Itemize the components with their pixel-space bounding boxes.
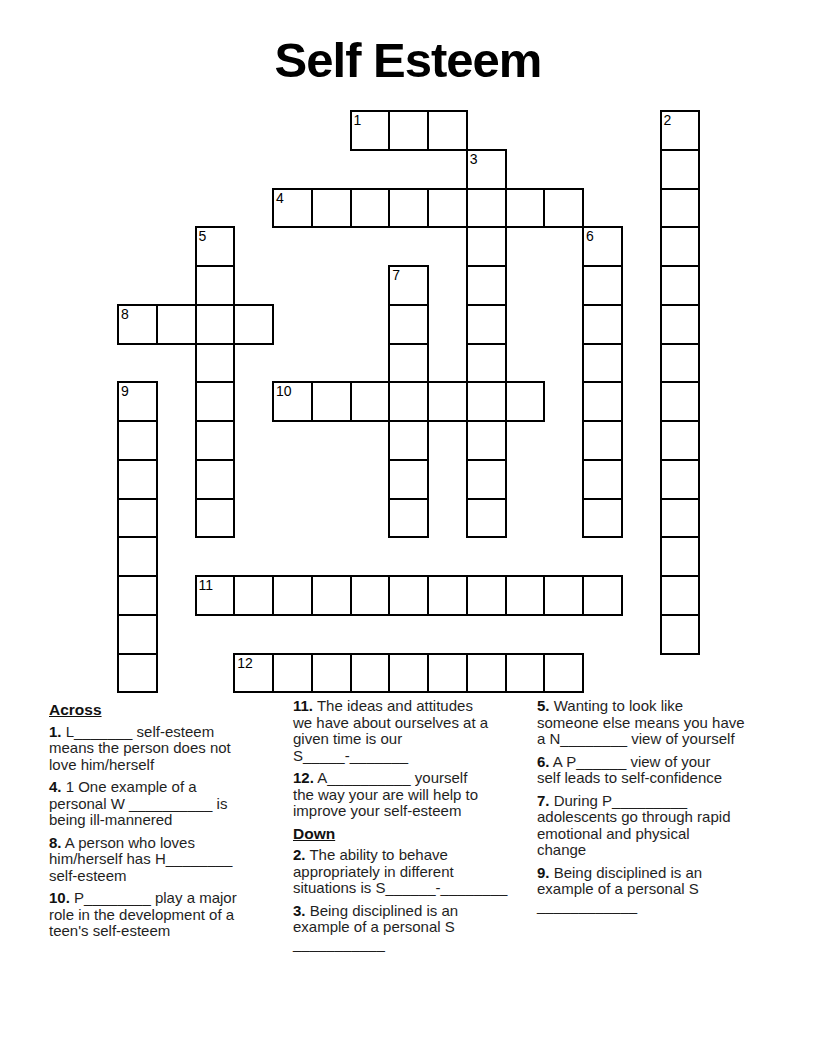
grid-cell-r8c2[interactable] xyxy=(195,420,236,461)
grid-cell-r9c0[interactable] xyxy=(117,459,158,500)
grid-cell-r6c12[interactable] xyxy=(582,343,623,384)
grid-cell-r12c8[interactable] xyxy=(427,575,468,616)
grid-cell-r2c6[interactable] xyxy=(350,188,391,229)
clue-number-label: 11. xyxy=(293,697,313,714)
grid-cell-r12c10[interactable] xyxy=(505,575,546,616)
grid-cell-r8c7[interactable] xyxy=(388,420,429,461)
clue-text: The ability to behave appropriately in d… xyxy=(293,846,507,896)
grid-cell-r7c8[interactable] xyxy=(427,381,468,422)
grid-cell-r13c0[interactable] xyxy=(117,614,158,655)
clue-across-4: 4. 1 One example of a personal W _______… xyxy=(49,779,289,829)
grid-cell-r9c2[interactable] xyxy=(195,459,236,500)
grid-cell-r0c8[interactable] xyxy=(427,110,468,151)
grid-cell-r5c2[interactable] xyxy=(195,304,236,345)
clue-number-label: 9. xyxy=(537,864,550,881)
grid-cell-r9c7[interactable] xyxy=(388,459,429,500)
grid-cell-r2c5[interactable] xyxy=(311,188,352,229)
cell-clue-number: 3 xyxy=(470,151,478,167)
clue-text: Wanting to look like someone else means … xyxy=(537,697,745,747)
grid-cell-r14c7[interactable] xyxy=(388,653,429,694)
grid-cell-r12c12[interactable] xyxy=(582,575,623,616)
clue-number-label: 12. xyxy=(293,769,314,786)
grid-cell-r12c3[interactable] xyxy=(233,575,274,616)
grid-cell-r5c9[interactable] xyxy=(466,304,507,345)
grid-cell-r10c2[interactable] xyxy=(195,498,236,539)
grid-cell-r1c14[interactable] xyxy=(660,149,701,190)
grid-cell-r6c14[interactable] xyxy=(660,343,701,384)
crossword-page: Self Esteem 123456789101112 Across 1. L_… xyxy=(0,0,816,1056)
grid-cell-r10c12[interactable] xyxy=(582,498,623,539)
grid-cell-r2c11[interactable] xyxy=(543,188,584,229)
clue-number-label: 2. xyxy=(293,846,306,863)
grid-cell-r12c2[interactable]: 11 xyxy=(195,575,236,616)
clue-text: L_______ self-esteem means the person do… xyxy=(49,723,231,773)
cell-clue-number: 10 xyxy=(276,383,292,399)
grid-cell-r13c14[interactable] xyxy=(660,614,701,655)
clue-down-2: 2. The ability to behave appropriately i… xyxy=(293,847,533,897)
grid-cell-r8c12[interactable] xyxy=(582,420,623,461)
grid-cell-r5c1[interactable] xyxy=(156,304,197,345)
grid-cell-r7c9[interactable] xyxy=(466,381,507,422)
grid-cell-r2c8[interactable] xyxy=(427,188,468,229)
clue-text: 1 One example of a personal W __________… xyxy=(49,778,227,828)
grid-cell-r12c5[interactable] xyxy=(311,575,352,616)
grid-cell-r4c2[interactable] xyxy=(195,265,236,306)
grid-cell-r11c0[interactable] xyxy=(117,536,158,577)
clue-text: A person who loves him/herself has H____… xyxy=(49,834,232,884)
grid-cell-r5c12[interactable] xyxy=(582,304,623,345)
grid-cell-r4c7[interactable]: 7 xyxy=(388,265,429,306)
grid-cell-r7c7[interactable] xyxy=(388,381,429,422)
clue-number-label: 1. xyxy=(49,723,62,740)
grid-cell-r7c12[interactable] xyxy=(582,381,623,422)
clue-text: Being disciplined is an example of a per… xyxy=(293,902,458,952)
grid-cell-r7c4[interactable]: 10 xyxy=(272,381,313,422)
grid-cell-r14c0[interactable] xyxy=(117,653,158,694)
clue-across-11: 11. The ideas and attitudes we have abou… xyxy=(293,698,533,764)
grid-cell-r14c6[interactable] xyxy=(350,653,391,694)
grid-cell-r4c9[interactable] xyxy=(466,265,507,306)
across-header: Across xyxy=(49,702,289,719)
grid-cell-r12c0[interactable] xyxy=(117,575,158,616)
grid-cell-r2c7[interactable] xyxy=(388,188,429,229)
grid-cell-r10c7[interactable] xyxy=(388,498,429,539)
grid-cell-r9c9[interactable] xyxy=(466,459,507,500)
clue-number-label: 3. xyxy=(293,902,306,919)
clue-column-3: 5. Wanting to look like someone else mea… xyxy=(537,698,777,958)
grid-cell-r2c4[interactable]: 4 xyxy=(272,188,313,229)
grid-cell-r14c4[interactable] xyxy=(272,653,313,694)
grid-cell-r14c8[interactable] xyxy=(427,653,468,694)
grid-cell-r10c0[interactable] xyxy=(117,498,158,539)
grid-cell-r12c14[interactable] xyxy=(660,575,701,616)
grid-cell-r7c10[interactable] xyxy=(505,381,546,422)
puzzle-title: Self Esteem xyxy=(0,34,816,88)
clue-column-2: 11. The ideas and attitudes we have abou… xyxy=(293,698,533,958)
grid-cell-r7c6[interactable] xyxy=(350,381,391,422)
grid-cell-r8c14[interactable] xyxy=(660,420,701,461)
grid-cell-r6c2[interactable] xyxy=(195,343,236,384)
clues-section: Across 1. L_______ self-esteem means the… xyxy=(49,698,779,958)
clue-number-label: 5. xyxy=(537,697,550,714)
grid-cell-r4c12[interactable] xyxy=(582,265,623,306)
clue-number-label: 8. xyxy=(49,834,62,851)
cell-clue-number: 2 xyxy=(664,112,672,128)
grid-cell-r7c2[interactable] xyxy=(195,381,236,422)
grid-cell-r5c7[interactable] xyxy=(388,304,429,345)
cell-clue-number: 5 xyxy=(199,228,207,244)
grid-cell-r1c9[interactable]: 3 xyxy=(466,149,507,190)
grid-cell-r14c9[interactable] xyxy=(466,653,507,694)
grid-cell-r14c10[interactable] xyxy=(505,653,546,694)
clue-down-9: 9. Being disciplined is an example of a … xyxy=(537,865,777,915)
grid-cell-r5c14[interactable] xyxy=(660,304,701,345)
grid-cell-r7c0[interactable]: 9 xyxy=(117,381,158,422)
down-header: Down xyxy=(293,826,533,843)
clue-across-8: 8. A person who loves him/herself has H_… xyxy=(49,835,289,885)
grid-cell-r14c5[interactable] xyxy=(311,653,352,694)
grid-cell-r14c11[interactable] xyxy=(543,653,584,694)
grid-cell-r12c6[interactable] xyxy=(350,575,391,616)
clue-text: The ideas and attitudes we have about ou… xyxy=(293,697,488,764)
grid-cell-r5c3[interactable] xyxy=(233,304,274,345)
cell-clue-number: 6 xyxy=(586,228,594,244)
clue-text: During P_________ adolescents go through… xyxy=(537,792,730,859)
clue-text: A P______ view of your self leads to sel… xyxy=(537,753,722,787)
cell-clue-number: 11 xyxy=(199,577,214,593)
clue-down-3: 3. Being disciplined is an example of a … xyxy=(293,903,533,953)
clue-across-10: 10. P________ play a major role in the d… xyxy=(49,890,289,940)
crossword-grid: 123456789101112 xyxy=(117,110,700,693)
grid-cell-r6c7[interactable] xyxy=(388,343,429,384)
grid-cell-r14c3[interactable]: 12 xyxy=(233,653,274,694)
grid-cell-r2c10[interactable] xyxy=(505,188,546,229)
cell-clue-number: 9 xyxy=(121,383,129,399)
clue-text: P________ play a major role in the devel… xyxy=(49,889,237,939)
clue-column-1: Across 1. L_______ self-esteem means the… xyxy=(49,698,289,958)
clue-number-label: 7. xyxy=(537,792,550,809)
grid-cell-r4c14[interactable] xyxy=(660,265,701,306)
grid-cell-r12c9[interactable] xyxy=(466,575,507,616)
grid-cell-r0c14[interactable]: 2 xyxy=(660,110,701,151)
grid-cell-r0c7[interactable] xyxy=(388,110,429,151)
grid-cell-r7c5[interactable] xyxy=(311,381,352,422)
grid-cell-r6c9[interactable] xyxy=(466,343,507,384)
grid-cell-r0c6[interactable]: 1 xyxy=(350,110,391,151)
grid-cell-r9c12[interactable] xyxy=(582,459,623,500)
grid-cell-r3c14[interactable] xyxy=(660,226,701,267)
clue-down-7: 7. During P_________ adolescents go thro… xyxy=(537,793,777,859)
grid-cell-r5c0[interactable]: 8 xyxy=(117,304,158,345)
clue-text: Being disciplined is an example of a per… xyxy=(537,864,702,914)
cell-clue-number: 4 xyxy=(276,190,284,206)
grid-cell-r3c12[interactable]: 6 xyxy=(582,226,623,267)
cell-clue-number: 1 xyxy=(354,112,362,128)
cell-clue-number: 7 xyxy=(392,267,400,283)
clue-down-6: 6. A P______ view of your self leads to … xyxy=(537,754,777,787)
grid-cell-r11c14[interactable] xyxy=(660,536,701,577)
grid-cell-r2c14[interactable] xyxy=(660,188,701,229)
clue-number-label: 6. xyxy=(537,753,550,770)
clue-down-5: 5. Wanting to look like someone else mea… xyxy=(537,698,777,748)
grid-cell-r10c9[interactable] xyxy=(466,498,507,539)
grid-cell-r10c14[interactable] xyxy=(660,498,701,539)
grid-cell-r9c14[interactable] xyxy=(660,459,701,500)
clue-number-label: 4. xyxy=(49,778,62,795)
grid-cell-r2c9[interactable] xyxy=(466,188,507,229)
clue-across-1: 1. L_______ self-esteem means the person… xyxy=(49,724,289,774)
grid-cell-r3c2[interactable]: 5 xyxy=(195,226,236,267)
grid-cell-r12c7[interactable] xyxy=(388,575,429,616)
cell-clue-number: 8 xyxy=(121,306,129,322)
clue-across-12: 12. A__________ yourself the way your ar… xyxy=(293,770,533,820)
grid-cell-r12c4[interactable] xyxy=(272,575,313,616)
cell-clue-number: 12 xyxy=(237,655,253,671)
grid-cell-r12c11[interactable] xyxy=(543,575,584,616)
grid-cell-r8c0[interactable] xyxy=(117,420,158,461)
clue-number-label: 10. xyxy=(49,889,70,906)
grid-cell-r8c9[interactable] xyxy=(466,420,507,461)
grid-cell-r7c14[interactable] xyxy=(660,381,701,422)
grid-cell-r3c9[interactable] xyxy=(466,226,507,267)
clue-text: A__________ yourself the way your are wi… xyxy=(293,769,478,819)
